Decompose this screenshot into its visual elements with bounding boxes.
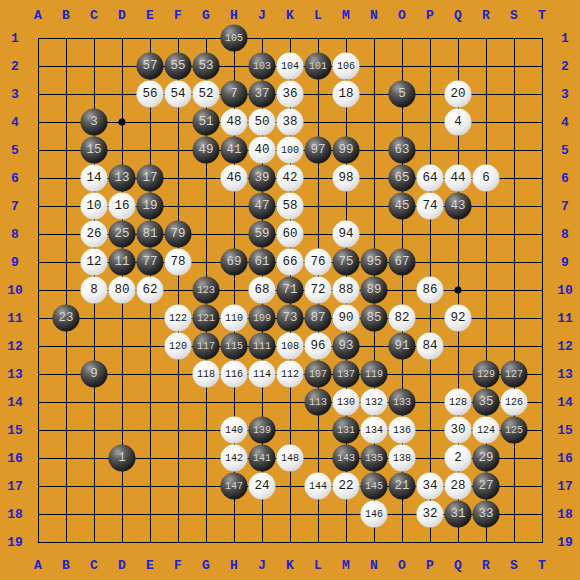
go-stone-H16[interactable]: 142 — [221, 445, 248, 472]
stone-move-number: 119 — [365, 369, 383, 379]
go-stone-K3[interactable]: 36 — [277, 81, 304, 108]
go-stone-K7[interactable]: 58 — [277, 193, 304, 220]
go-stone-Q14[interactable]: 128 — [445, 389, 472, 416]
coord-label-left: 10 — [7, 283, 23, 298]
go-stone-J9[interactable]: 61 — [249, 249, 276, 276]
stone-move-number: 73 — [282, 312, 297, 325]
go-stone-D16[interactable]: 1 — [109, 445, 136, 472]
stone-move-number: 95 — [366, 256, 381, 269]
stone-move-number: 92 — [450, 312, 465, 325]
stone-move-number: 98 — [338, 172, 353, 185]
stone-move-number: 93 — [338, 340, 353, 353]
go-stone-K12[interactable]: 108 — [277, 333, 304, 360]
go-stone-G10[interactable]: 123 — [193, 277, 220, 304]
stone-move-number: 96 — [310, 340, 325, 353]
go-stone-E7[interactable]: 19 — [137, 193, 164, 220]
stone-move-number: 113 — [309, 397, 327, 407]
stone-move-number: 42 — [282, 172, 297, 185]
go-stone-H11[interactable]: 110 — [221, 305, 248, 332]
go-stone-Q15[interactable]: 30 — [445, 417, 472, 444]
coord-label-bottom: E — [146, 558, 154, 573]
go-stone-H12[interactable]: 115 — [221, 333, 248, 360]
go-stone-J13[interactable]: 114 — [249, 361, 276, 388]
stone-move-number: 5 — [398, 88, 406, 101]
go-stone-R17[interactable]: 27 — [473, 473, 500, 500]
go-stone-F3[interactable]: 54 — [165, 81, 192, 108]
stone-move-number: 91 — [394, 340, 409, 353]
go-stone-E2[interactable]: 57 — [137, 53, 164, 80]
coord-label-bottom: Q — [454, 558, 462, 573]
coord-label-top: N — [370, 8, 378, 23]
go-stone-O15[interactable]: 136 — [389, 417, 416, 444]
stone-move-number: 107 — [309, 369, 327, 379]
coord-label-right: 2 — [561, 59, 569, 74]
go-stone-P18[interactable]: 32 — [417, 501, 444, 528]
go-stone-M15[interactable]: 131 — [333, 417, 360, 444]
go-stone-N14[interactable]: 132 — [361, 389, 388, 416]
stone-move-number: 114 — [253, 369, 271, 379]
grid-line-vertical — [514, 38, 515, 543]
go-stone-P10[interactable]: 86 — [417, 277, 444, 304]
go-stone-M13[interactable]: 137 — [333, 361, 360, 388]
coord-label-right: 3 — [561, 87, 569, 102]
coord-label-right: 14 — [557, 395, 573, 410]
stone-move-number: 106 — [337, 61, 355, 71]
go-stone-G11[interactable]: 121 — [193, 305, 220, 332]
go-stone-O16[interactable]: 138 — [389, 445, 416, 472]
coord-label-top: R — [482, 8, 490, 23]
go-stone-R16[interactable]: 29 — [473, 445, 500, 472]
grid-line-vertical — [38, 38, 39, 543]
go-stone-R14[interactable]: 35 — [473, 389, 500, 416]
go-stone-M9[interactable]: 75 — [333, 249, 360, 276]
go-stone-O7[interactable]: 45 — [389, 193, 416, 220]
go-stone-G4[interactable]: 51 — [193, 109, 220, 136]
go-stone-B11[interactable]: 23 — [53, 305, 80, 332]
go-stone-C13[interactable]: 9 — [81, 361, 108, 388]
grid-line-vertical — [178, 38, 179, 543]
coord-label-top: H — [230, 8, 238, 23]
go-stone-H3[interactable]: 7 — [221, 81, 248, 108]
go-stone-M11[interactable]: 90 — [333, 305, 360, 332]
stone-move-number: 133 — [393, 397, 411, 407]
coord-label-right: 6 — [561, 171, 569, 186]
go-stone-J5[interactable]: 40 — [249, 137, 276, 164]
stone-move-number: 126 — [505, 397, 523, 407]
stone-move-number: 61 — [254, 256, 269, 269]
coord-label-top: G — [202, 8, 210, 23]
stone-move-number: 69 — [226, 256, 241, 269]
stone-move-number: 141 — [253, 453, 271, 463]
go-stone-J10[interactable]: 68 — [249, 277, 276, 304]
go-stone-L12[interactable]: 96 — [305, 333, 332, 360]
go-stone-H17[interactable]: 147 — [221, 473, 248, 500]
star-point — [455, 287, 462, 294]
go-stone-Q7[interactable]: 43 — [445, 193, 472, 220]
go-stone-J6[interactable]: 39 — [249, 165, 276, 192]
coord-label-right: 18 — [557, 507, 573, 522]
stone-move-number: 116 — [225, 369, 243, 379]
coord-label-top: L — [314, 8, 322, 23]
go-stone-M5[interactable]: 99 — [333, 137, 360, 164]
go-stone-K11[interactable]: 73 — [277, 305, 304, 332]
go-stone-H6[interactable]: 46 — [221, 165, 248, 192]
go-stone-N9[interactable]: 95 — [361, 249, 388, 276]
go-stone-K6[interactable]: 42 — [277, 165, 304, 192]
go-stone-E3[interactable]: 56 — [137, 81, 164, 108]
stone-move-number: 47 — [254, 200, 269, 213]
stone-move-number: 81 — [142, 228, 157, 241]
stone-move-number: 44 — [450, 172, 465, 185]
go-stone-O5[interactable]: 63 — [389, 137, 416, 164]
go-stone-K13[interactable]: 112 — [277, 361, 304, 388]
go-stone-H1[interactable]: 105 — [221, 25, 248, 52]
go-stone-J16[interactable]: 141 — [249, 445, 276, 472]
go-stone-P17[interactable]: 34 — [417, 473, 444, 500]
stone-move-number: 77 — [142, 256, 157, 269]
coord-label-right: 9 — [561, 255, 569, 270]
stone-move-number: 24 — [254, 480, 269, 493]
coord-label-bottom: L — [314, 558, 322, 573]
stone-move-number: 124 — [477, 425, 495, 435]
go-stone-C10[interactable]: 8 — [81, 277, 108, 304]
stone-move-number: 129 — [477, 369, 495, 379]
go-stone-K9[interactable]: 66 — [277, 249, 304, 276]
go-stone-C7[interactable]: 10 — [81, 193, 108, 220]
go-stone-Q17[interactable]: 28 — [445, 473, 472, 500]
go-stone-R6[interactable]: 6 — [473, 165, 500, 192]
stone-move-number: 134 — [365, 425, 383, 435]
go-stone-J8[interactable]: 59 — [249, 221, 276, 248]
go-stone-K2[interactable]: 104 — [277, 53, 304, 80]
go-stone-E8[interactable]: 81 — [137, 221, 164, 248]
go-stone-F2[interactable]: 55 — [165, 53, 192, 80]
coord-label-left: 17 — [7, 479, 23, 494]
go-stone-O17[interactable]: 21 — [389, 473, 416, 500]
stone-move-number: 99 — [338, 144, 353, 157]
go-stone-N17[interactable]: 145 — [361, 473, 388, 500]
go-stone-G2[interactable]: 53 — [193, 53, 220, 80]
stone-move-number: 34 — [422, 480, 437, 493]
stone-move-number: 147 — [225, 481, 243, 491]
coord-label-bottom: B — [62, 558, 70, 573]
go-stone-K8[interactable]: 60 — [277, 221, 304, 248]
go-stone-G13[interactable]: 118 — [193, 361, 220, 388]
go-stone-J12[interactable]: 111 — [249, 333, 276, 360]
coord-label-right: 17 — [557, 479, 573, 494]
go-stone-S15[interactable]: 125 — [501, 417, 528, 444]
coord-label-left: 11 — [7, 311, 23, 326]
go-stone-N10[interactable]: 89 — [361, 277, 388, 304]
go-stone-N13[interactable]: 119 — [361, 361, 388, 388]
go-stone-P6[interactable]: 64 — [417, 165, 444, 192]
stone-move-number: 97 — [310, 144, 325, 157]
go-stone-R13[interactable]: 129 — [473, 361, 500, 388]
stone-move-number: 85 — [366, 312, 381, 325]
stone-move-number: 10 — [86, 200, 101, 213]
stone-move-number: 76 — [310, 256, 325, 269]
stone-move-number: 41 — [226, 144, 241, 157]
stone-move-number: 135 — [365, 453, 383, 463]
coord-label-top: O — [398, 8, 406, 23]
stone-move-number: 115 — [225, 341, 243, 351]
go-stone-M2[interactable]: 106 — [333, 53, 360, 80]
stone-move-number: 109 — [253, 313, 271, 323]
coord-label-top: Q — [454, 8, 462, 23]
stone-move-number: 40 — [254, 144, 269, 157]
go-stone-G12[interactable]: 117 — [193, 333, 220, 360]
coord-label-bottom: K — [286, 558, 294, 573]
stone-move-number: 125 — [505, 425, 523, 435]
go-stone-G3[interactable]: 52 — [193, 81, 220, 108]
coord-label-left: 14 — [7, 395, 23, 410]
go-stone-C4[interactable]: 3 — [81, 109, 108, 136]
go-stone-K10[interactable]: 71 — [277, 277, 304, 304]
go-stone-Q18[interactable]: 31 — [445, 501, 472, 528]
stone-move-number: 108 — [281, 341, 299, 351]
coord-label-right: 12 — [557, 339, 573, 354]
go-stone-J3[interactable]: 37 — [249, 81, 276, 108]
stone-move-number: 56 — [142, 88, 157, 101]
coord-label-left: 18 — [7, 507, 23, 522]
go-stone-Q11[interactable]: 92 — [445, 305, 472, 332]
coord-label-left: 13 — [7, 367, 23, 382]
go-stone-D10[interactable]: 80 — [109, 277, 136, 304]
coord-label-top: M — [342, 8, 350, 23]
coord-label-left: 1 — [11, 31, 19, 46]
go-stone-O11[interactable]: 82 — [389, 305, 416, 332]
coord-label-top: A — [34, 8, 42, 23]
coord-label-left: 4 — [11, 115, 19, 130]
go-stone-M3[interactable]: 18 — [333, 81, 360, 108]
coord-label-top: J — [258, 8, 266, 23]
stone-move-number: 84 — [422, 340, 437, 353]
stone-move-number: 22 — [338, 480, 353, 493]
go-stone-D7[interactable]: 16 — [109, 193, 136, 220]
go-stone-P7[interactable]: 74 — [417, 193, 444, 220]
coord-label-top: P — [426, 8, 434, 23]
grid-line-vertical — [66, 38, 67, 543]
stone-move-number: 43 — [450, 200, 465, 213]
go-stone-D9[interactable]: 11 — [109, 249, 136, 276]
stone-move-number: 118 — [197, 369, 215, 379]
go-stone-J4[interactable]: 50 — [249, 109, 276, 136]
coord-label-left: 3 — [11, 87, 19, 102]
go-stone-J2[interactable]: 103 — [249, 53, 276, 80]
coord-label-right: 10 — [557, 283, 573, 298]
go-stone-L11[interactable]: 87 — [305, 305, 332, 332]
go-stone-L2[interactable]: 101 — [305, 53, 332, 80]
coord-label-left: 8 — [11, 227, 19, 242]
go-stone-J17[interactable]: 24 — [249, 473, 276, 500]
stone-move-number: 27 — [478, 480, 493, 493]
go-stone-N15[interactable]: 134 — [361, 417, 388, 444]
go-stone-C5[interactable]: 15 — [81, 137, 108, 164]
go-stone-Q3[interactable]: 20 — [445, 81, 472, 108]
go-stone-C6[interactable]: 14 — [81, 165, 108, 192]
grid-line-horizontal — [38, 38, 543, 39]
coord-label-right: 15 — [557, 423, 573, 438]
go-stone-C8[interactable]: 26 — [81, 221, 108, 248]
coord-label-top: E — [146, 8, 154, 23]
coord-label-right: 4 — [561, 115, 569, 130]
coord-label-left: 2 — [11, 59, 19, 74]
go-stone-L13[interactable]: 107 — [305, 361, 332, 388]
go-stone-M6[interactable]: 98 — [333, 165, 360, 192]
coord-label-right: 1 — [561, 31, 569, 46]
go-stone-J11[interactable]: 109 — [249, 305, 276, 332]
stone-move-number: 132 — [365, 397, 383, 407]
coord-label-bottom: H — [230, 558, 238, 573]
stone-move-number: 87 — [310, 312, 325, 325]
go-stone-L9[interactable]: 76 — [305, 249, 332, 276]
coord-label-bottom: T — [538, 558, 546, 573]
stone-move-number: 127 — [505, 369, 523, 379]
go-stone-E10[interactable]: 62 — [137, 277, 164, 304]
go-stone-K16[interactable]: 148 — [277, 445, 304, 472]
stone-move-number: 50 — [254, 116, 269, 129]
go-stone-D6[interactable]: 13 — [109, 165, 136, 192]
stone-move-number: 36 — [282, 88, 297, 101]
stone-move-number: 72 — [310, 284, 325, 297]
stone-move-number: 46 — [226, 172, 241, 185]
stone-move-number: 60 — [282, 228, 297, 241]
coord-label-bottom: G — [202, 558, 210, 573]
go-stone-G5[interactable]: 49 — [193, 137, 220, 164]
go-stone-P12[interactable]: 84 — [417, 333, 444, 360]
go-stone-O12[interactable]: 91 — [389, 333, 416, 360]
stone-move-number: 18 — [338, 88, 353, 101]
go-stone-M12[interactable]: 93 — [333, 333, 360, 360]
go-stone-H9[interactable]: 69 — [221, 249, 248, 276]
coord-label-bottom: A — [34, 558, 42, 573]
go-stone-Q6[interactable]: 44 — [445, 165, 472, 192]
coord-label-top: C — [90, 8, 98, 23]
stone-move-number: 100 — [281, 145, 299, 155]
coord-label-right: 8 — [561, 227, 569, 242]
stone-move-number: 52 — [198, 88, 213, 101]
go-stone-O3[interactable]: 5 — [389, 81, 416, 108]
go-stone-F9[interactable]: 78 — [165, 249, 192, 276]
coord-label-right: 11 — [557, 311, 573, 326]
go-stone-M8[interactable]: 94 — [333, 221, 360, 248]
coord-label-bottom: D — [118, 558, 126, 573]
coord-label-bottom: F — [174, 558, 182, 573]
go-stone-J7[interactable]: 47 — [249, 193, 276, 220]
go-stone-H13[interactable]: 116 — [221, 361, 248, 388]
go-board[interactable]: AABBCCDDEEFFGGHHJJKKLLMMNNOOPPQQRRSSTT11… — [0, 0, 580, 580]
coord-label-bottom: S — [510, 558, 518, 573]
stone-move-number: 54 — [170, 88, 185, 101]
go-stone-L5[interactable]: 97 — [305, 137, 332, 164]
coord-label-top: K — [286, 8, 294, 23]
go-stone-L14[interactable]: 113 — [305, 389, 332, 416]
stone-move-number: 3 — [90, 116, 98, 129]
coord-label-bottom: J — [258, 558, 266, 573]
go-stone-O6[interactable]: 65 — [389, 165, 416, 192]
stone-move-number: 110 — [225, 313, 243, 323]
stone-move-number: 16 — [114, 200, 129, 213]
go-stone-H4[interactable]: 48 — [221, 109, 248, 136]
stone-move-number: 71 — [282, 284, 297, 297]
go-stone-C9[interactable]: 12 — [81, 249, 108, 276]
stone-move-number: 31 — [450, 508, 465, 521]
coord-label-right: 5 — [561, 143, 569, 158]
stone-move-number: 62 — [142, 284, 157, 297]
go-stone-N16[interactable]: 135 — [361, 445, 388, 472]
stone-move-number: 128 — [449, 397, 467, 407]
stone-move-number: 19 — [142, 200, 157, 213]
stone-move-number: 6 — [482, 172, 490, 185]
stone-move-number: 4 — [454, 116, 462, 129]
stone-move-number: 39 — [254, 172, 269, 185]
go-stone-Q16[interactable]: 2 — [445, 445, 472, 472]
coord-label-left: 7 — [11, 199, 19, 214]
go-stone-S14[interactable]: 126 — [501, 389, 528, 416]
stone-move-number: 48 — [226, 116, 241, 129]
go-stone-N11[interactable]: 85 — [361, 305, 388, 332]
go-stone-O9[interactable]: 67 — [389, 249, 416, 276]
go-stone-L17[interactable]: 144 — [305, 473, 332, 500]
stone-move-number: 55 — [170, 60, 185, 73]
stone-move-number: 136 — [393, 425, 411, 435]
go-stone-E6[interactable]: 17 — [137, 165, 164, 192]
go-stone-M17[interactable]: 22 — [333, 473, 360, 500]
go-stone-J15[interactable]: 139 — [249, 417, 276, 444]
stone-move-number: 35 — [478, 396, 493, 409]
go-stone-M16[interactable]: 143 — [333, 445, 360, 472]
stone-move-number: 12 — [86, 256, 101, 269]
stone-move-number: 112 — [281, 369, 299, 379]
go-stone-Q4[interactable]: 4 — [445, 109, 472, 136]
stone-move-number: 138 — [393, 453, 411, 463]
stone-move-number: 25 — [114, 228, 129, 241]
go-stone-K4[interactable]: 38 — [277, 109, 304, 136]
go-stone-F8[interactable]: 79 — [165, 221, 192, 248]
stone-move-number: 23 — [58, 312, 73, 325]
stone-move-number: 58 — [282, 200, 297, 213]
go-stone-D8[interactable]: 25 — [109, 221, 136, 248]
stone-move-number: 15 — [86, 144, 101, 157]
go-stone-E9[interactable]: 77 — [137, 249, 164, 276]
go-stone-M14[interactable]: 130 — [333, 389, 360, 416]
go-stone-S13[interactable]: 127 — [501, 361, 528, 388]
go-stone-F11[interactable]: 122 — [165, 305, 192, 332]
stone-move-number: 130 — [337, 397, 355, 407]
go-stone-N18[interactable]: 146 — [361, 501, 388, 528]
stone-move-number: 26 — [86, 228, 101, 241]
stone-move-number: 30 — [450, 424, 465, 437]
stone-move-number: 101 — [309, 61, 327, 71]
stone-move-number: 45 — [394, 200, 409, 213]
go-stone-O14[interactable]: 133 — [389, 389, 416, 416]
stone-move-number: 20 — [450, 88, 465, 101]
stone-move-number: 144 — [309, 481, 327, 491]
go-stone-R18[interactable]: 33 — [473, 501, 500, 528]
go-stone-M10[interactable]: 88 — [333, 277, 360, 304]
go-stone-H15[interactable]: 140 — [221, 417, 248, 444]
go-stone-H5[interactable]: 41 — [221, 137, 248, 164]
go-stone-K5[interactable]: 100 — [277, 137, 304, 164]
coord-label-right: 13 — [557, 367, 573, 382]
stone-move-number: 122 — [169, 313, 187, 323]
go-stone-F12[interactable]: 120 — [165, 333, 192, 360]
go-stone-R15[interactable]: 124 — [473, 417, 500, 444]
stone-move-number: 17 — [142, 172, 157, 185]
stone-move-number: 8 — [90, 284, 98, 297]
go-stone-L10[interactable]: 72 — [305, 277, 332, 304]
stone-move-number: 32 — [422, 508, 437, 521]
